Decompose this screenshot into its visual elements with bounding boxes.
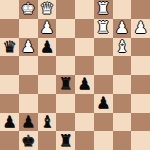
square-h1[interactable] — [131, 131, 150, 150]
square-e2[interactable] — [75, 113, 94, 132]
square-c5[interactable] — [38, 56, 57, 75]
square-d3[interactable] — [56, 94, 75, 113]
white-pawn[interactable]: ♟ — [40, 20, 54, 36]
black-rook[interactable]: ♜ — [58, 133, 72, 149]
square-a4[interactable] — [0, 75, 19, 94]
square-c6[interactable]: ♟ — [38, 38, 57, 57]
square-g2[interactable] — [113, 113, 132, 132]
square-d7[interactable] — [56, 19, 75, 38]
square-b6[interactable]: ♟ — [19, 38, 38, 57]
square-a1[interactable] — [0, 131, 19, 150]
square-e6[interactable] — [75, 38, 94, 57]
square-h4[interactable] — [131, 75, 150, 94]
square-h6[interactable] — [131, 38, 150, 57]
square-a6[interactable]: ♛ — [0, 38, 19, 57]
square-c1[interactable] — [38, 131, 57, 150]
square-f7[interactable]: ♜ — [94, 19, 113, 38]
square-h8[interactable] — [131, 0, 150, 19]
square-d1[interactable]: ♜ — [56, 131, 75, 150]
square-h5[interactable] — [131, 56, 150, 75]
square-h3[interactable] — [131, 94, 150, 113]
square-e5[interactable] — [75, 56, 94, 75]
square-g4[interactable] — [113, 75, 132, 94]
square-f4[interactable] — [94, 75, 113, 94]
square-b3[interactable] — [19, 94, 38, 113]
black-pawn[interactable]: ♟ — [2, 114, 16, 130]
square-e4[interactable]: ♟ — [75, 75, 94, 94]
square-b5[interactable] — [19, 56, 38, 75]
black-king[interactable]: ♚ — [21, 133, 35, 149]
white-pawn[interactable]: ♟ — [133, 20, 147, 36]
black-bishop[interactable]: ♝ — [40, 114, 54, 130]
square-c2[interactable]: ♝ — [38, 113, 57, 132]
black-queen[interactable]: ♛ — [2, 39, 16, 55]
square-h2[interactable] — [131, 113, 150, 132]
square-g3[interactable] — [113, 94, 132, 113]
square-g8[interactable] — [113, 0, 132, 19]
black-pawn[interactable]: ♟ — [77, 76, 91, 92]
square-g7[interactable]: ♟ — [113, 19, 132, 38]
square-e8[interactable] — [75, 0, 94, 19]
square-h7[interactable]: ♟ — [131, 19, 150, 38]
white-rook[interactable]: ♜ — [96, 20, 110, 36]
square-b8[interactable]: ♚ — [19, 0, 38, 19]
white-queen[interactable]: ♛ — [40, 1, 54, 17]
square-a2[interactable]: ♟ — [0, 113, 19, 132]
square-e7[interactable] — [75, 19, 94, 38]
square-d5[interactable] — [56, 56, 75, 75]
square-b4[interactable] — [19, 75, 38, 94]
black-pawn[interactable]: ♟ — [21, 114, 35, 130]
white-rook[interactable]: ♜ — [96, 1, 110, 17]
square-f6[interactable] — [94, 38, 113, 57]
square-g5[interactable] — [113, 56, 132, 75]
square-a5[interactable] — [0, 56, 19, 75]
square-d4[interactable]: ♜ — [56, 75, 75, 94]
square-g1[interactable] — [113, 131, 132, 150]
square-a3[interactable] — [0, 94, 19, 113]
square-f5[interactable] — [94, 56, 113, 75]
square-c3[interactable] — [38, 94, 57, 113]
square-b1[interactable]: ♚ — [19, 131, 38, 150]
square-f8[interactable]: ♜ — [94, 0, 113, 19]
white-pawn[interactable]: ♟ — [115, 20, 129, 36]
square-b2[interactable]: ♟ — [19, 113, 38, 132]
square-a7[interactable] — [0, 19, 19, 38]
square-b7[interactable] — [19, 19, 38, 38]
square-d8[interactable] — [56, 0, 75, 19]
square-c7[interactable]: ♟ — [38, 19, 57, 38]
square-c4[interactable] — [38, 75, 57, 94]
square-e1[interactable] — [75, 131, 94, 150]
square-f1[interactable] — [94, 131, 113, 150]
chess-board: ♚♛♜♟♜♟♟♛♟♟♝♜♟♟♟♟♝♚♜ — [0, 0, 150, 150]
square-a8[interactable] — [0, 0, 19, 19]
black-pawn[interactable]: ♟ — [40, 39, 54, 55]
black-pawn[interactable]: ♟ — [96, 95, 110, 111]
square-e3[interactable] — [75, 94, 94, 113]
square-d2[interactable] — [56, 113, 75, 132]
square-d6[interactable] — [56, 38, 75, 57]
square-f3[interactable]: ♟ — [94, 94, 113, 113]
square-c8[interactable]: ♛ — [38, 0, 57, 19]
white-bishop[interactable]: ♝ — [115, 39, 129, 55]
white-king[interactable]: ♚ — [21, 1, 35, 17]
white-pawn[interactable]: ♟ — [21, 39, 35, 55]
black-rook[interactable]: ♜ — [58, 76, 72, 92]
square-f2[interactable] — [94, 113, 113, 132]
square-g6[interactable]: ♝ — [113, 38, 132, 57]
